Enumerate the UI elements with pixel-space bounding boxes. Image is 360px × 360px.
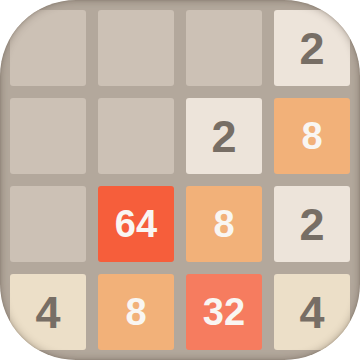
tile-4: 4 xyxy=(10,274,86,350)
2048-board[interactable]: 228648248324 xyxy=(0,0,360,360)
empty-cell xyxy=(10,10,86,86)
tile-8: 8 xyxy=(186,186,262,262)
tile-2: 2 xyxy=(274,10,350,86)
empty-cell xyxy=(98,98,174,174)
tile-32: 32 xyxy=(186,274,262,350)
tile-8: 8 xyxy=(98,274,174,350)
tile-2: 2 xyxy=(186,98,262,174)
empty-cell xyxy=(186,10,262,86)
tile-8: 8 xyxy=(274,98,350,174)
empty-cell xyxy=(10,186,86,262)
empty-cell xyxy=(10,98,86,174)
empty-cell xyxy=(98,10,174,86)
tile-4: 4 xyxy=(274,274,350,350)
tile-64: 64 xyxy=(98,186,174,262)
tile-2: 2 xyxy=(274,186,350,262)
